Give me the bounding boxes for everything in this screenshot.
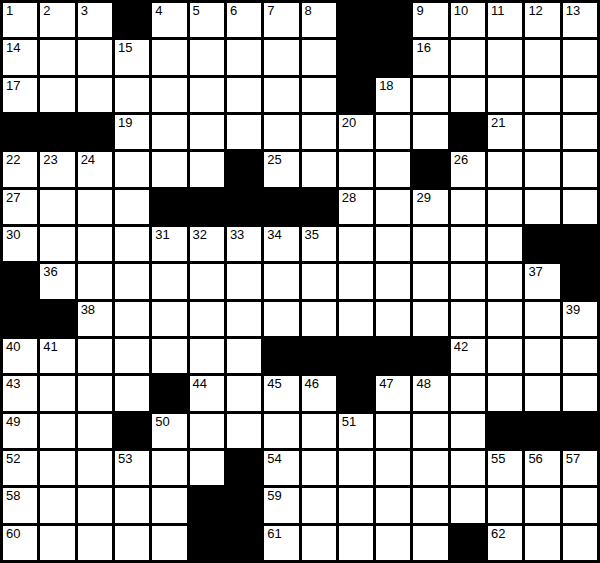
cell-r2c9[interactable] [302, 40, 336, 74]
cell-r9c7[interactable] [227, 302, 261, 336]
cell-r4c4[interactable]: 19 [115, 115, 149, 149]
cell-r1c6[interactable]: 5 [190, 3, 224, 37]
cell-r11c9[interactable]: 46 [302, 376, 336, 410]
cell-r2c2[interactable] [40, 40, 74, 74]
cell-r10c6[interactable] [190, 339, 224, 373]
cell-r8c5[interactable] [152, 264, 186, 298]
cell-r5c8[interactable]: 25 [264, 152, 298, 186]
cell-r6c1[interactable]: 27 [3, 190, 37, 224]
block-r8c1 [3, 264, 37, 298]
cell-r9c14[interactable] [488, 302, 522, 336]
cell-r10c15[interactable] [525, 339, 559, 373]
block-r2c11 [376, 40, 410, 74]
block-r3c10 [339, 78, 373, 112]
cell-r14c4[interactable] [115, 488, 149, 522]
cell-r10c7[interactable] [227, 339, 261, 373]
cell-r8c4[interactable] [115, 264, 149, 298]
cell-r3c2[interactable] [40, 78, 74, 112]
clue-number: 11 [491, 4, 505, 18]
cell-r12c3[interactable] [78, 414, 112, 448]
block-r1c4 [115, 3, 149, 37]
clue-number: 55 [491, 452, 505, 466]
cell-r13c15[interactable]: 56 [525, 451, 559, 485]
cell-r5c9[interactable] [302, 152, 336, 186]
clue-number: 21 [491, 116, 505, 130]
cell-r5c11[interactable] [376, 152, 410, 186]
cell-r4c14[interactable]: 21 [488, 115, 522, 149]
clue-number: 19 [118, 116, 132, 130]
block-r10c10 [339, 339, 373, 373]
cell-r7c6[interactable]: 32 [190, 227, 224, 261]
cell-r11c11[interactable]: 47 [376, 376, 410, 410]
cell-r6c16[interactable] [563, 190, 597, 224]
cell-r4c6[interactable] [190, 115, 224, 149]
cell-r3c15[interactable] [525, 78, 559, 112]
clue-number: 40 [6, 340, 20, 354]
block-r9c1 [3, 302, 37, 336]
clue-number: 13 [566, 4, 580, 18]
cell-r12c2[interactable] [40, 414, 74, 448]
clue-number: 45 [267, 377, 281, 391]
cell-r5c3[interactable]: 24 [78, 152, 112, 186]
cell-r10c3[interactable] [78, 339, 112, 373]
clue-number: 20 [342, 116, 356, 130]
cell-r7c12[interactable] [413, 227, 447, 261]
clue-number: 48 [416, 377, 430, 391]
cell-r15c14[interactable]: 62 [488, 526, 522, 560]
cell-r4c16[interactable] [563, 115, 597, 149]
cell-r13c8[interactable]: 54 [264, 451, 298, 485]
clue-number: 23 [43, 153, 57, 167]
cell-r13c14[interactable]: 55 [488, 451, 522, 485]
cell-r12c9[interactable] [302, 414, 336, 448]
cell-r2c15[interactable] [525, 40, 559, 74]
block-r10c8 [264, 339, 298, 373]
clue-number: 42 [454, 340, 468, 354]
cell-r12c11[interactable] [376, 414, 410, 448]
cell-r13c13[interactable] [451, 451, 485, 485]
cell-r5c16[interactable] [563, 152, 597, 186]
clue-number: 29 [416, 191, 430, 205]
cell-r9c15[interactable] [525, 302, 559, 336]
cell-r11c1[interactable]: 43 [3, 376, 37, 410]
clue-number: 18 [379, 79, 393, 93]
cell-r3c16[interactable] [563, 78, 597, 112]
cell-r14c16[interactable] [563, 488, 597, 522]
cell-r1c5[interactable]: 4 [152, 3, 186, 37]
cell-r6c3[interactable] [78, 190, 112, 224]
block-r15c7 [227, 526, 261, 560]
cell-r8c15[interactable]: 37 [525, 264, 559, 298]
clue-number: 33 [230, 228, 244, 242]
cell-r15c4[interactable] [115, 526, 149, 560]
cell-r9c16[interactable]: 39 [563, 302, 597, 336]
clue-number: 56 [528, 452, 542, 466]
cell-r7c9[interactable]: 35 [302, 227, 336, 261]
cell-r9c5[interactable] [152, 302, 186, 336]
cell-r2c13[interactable] [451, 40, 485, 74]
cell-r11c6[interactable]: 44 [190, 376, 224, 410]
cell-r11c15[interactable] [525, 376, 559, 410]
cell-r13c4[interactable]: 53 [115, 451, 149, 485]
cell-r5c4[interactable] [115, 152, 149, 186]
cell-r8c13[interactable] [451, 264, 485, 298]
cell-r13c10[interactable] [339, 451, 373, 485]
cell-r15c15[interactable] [525, 526, 559, 560]
clue-number: 59 [267, 489, 281, 503]
cell-r2c16[interactable] [563, 40, 597, 74]
cell-r15c11[interactable] [376, 526, 410, 560]
cell-r9c12[interactable] [413, 302, 447, 336]
clue-number: 49 [6, 415, 20, 429]
cell-r11c14[interactable] [488, 376, 522, 410]
cell-r8c10[interactable] [339, 264, 373, 298]
clue-number: 28 [342, 191, 356, 205]
block-r1c11 [376, 3, 410, 37]
cell-r15c5[interactable] [152, 526, 186, 560]
cell-r4c10[interactable]: 20 [339, 115, 373, 149]
cell-r11c4[interactable] [115, 376, 149, 410]
cell-r7c4[interactable] [115, 227, 149, 261]
clue-number: 7 [267, 4, 274, 18]
cell-r4c7[interactable] [227, 115, 261, 149]
cell-r2c6[interactable] [190, 40, 224, 74]
block-r11c5 [152, 376, 186, 410]
cell-r6c4[interactable] [115, 190, 149, 224]
block-r12c4 [115, 414, 149, 448]
cell-r14c3[interactable] [78, 488, 112, 522]
cell-r14c8[interactable]: 59 [264, 488, 298, 522]
cell-r14c5[interactable] [152, 488, 186, 522]
block-r13c7 [227, 451, 261, 485]
block-r1c10 [339, 3, 373, 37]
clue-number: 4 [155, 4, 162, 18]
cell-r8c6[interactable] [190, 264, 224, 298]
cell-r7c11[interactable] [376, 227, 410, 261]
cell-r12c8[interactable] [264, 414, 298, 448]
cell-r11c8[interactable]: 45 [264, 376, 298, 410]
cell-r5c2[interactable]: 23 [40, 152, 74, 186]
clue-number: 58 [6, 489, 20, 503]
cell-r3c13[interactable] [451, 78, 485, 112]
cell-r5c6[interactable] [190, 152, 224, 186]
clue-number: 14 [6, 41, 20, 55]
cell-r3c7[interactable] [227, 78, 261, 112]
cell-r11c2[interactable] [40, 376, 74, 410]
clue-number: 61 [267, 527, 281, 541]
cell-r13c12[interactable] [413, 451, 447, 485]
clue-number: 17 [6, 79, 20, 93]
block-r14c6 [190, 488, 224, 522]
clue-number: 31 [155, 228, 169, 242]
clue-number: 39 [566, 303, 580, 317]
clue-number: 8 [305, 4, 312, 18]
block-r11c10 [339, 376, 373, 410]
cell-r7c8[interactable]: 34 [264, 227, 298, 261]
cell-r5c13[interactable]: 26 [451, 152, 485, 186]
clue-number: 22 [6, 153, 20, 167]
clue-number: 41 [43, 340, 57, 354]
block-r10c12 [413, 339, 447, 373]
clue-number: 5 [193, 4, 200, 18]
clue-number: 6 [230, 4, 237, 18]
clue-number: 43 [6, 377, 20, 391]
cell-r13c9[interactable] [302, 451, 336, 485]
block-r10c11 [376, 339, 410, 373]
cell-r11c13[interactable] [451, 376, 485, 410]
block-r6c9 [302, 190, 336, 224]
cell-r1c3[interactable]: 3 [78, 3, 112, 37]
block-r12c14 [488, 414, 522, 448]
cell-r2c3[interactable] [78, 40, 112, 74]
cell-r6c12[interactable]: 29 [413, 190, 447, 224]
clue-number: 35 [305, 228, 319, 242]
cell-r7c10[interactable] [339, 227, 373, 261]
clue-number: 34 [267, 228, 281, 242]
cell-r6c2[interactable] [40, 190, 74, 224]
cell-r1c7[interactable]: 6 [227, 3, 261, 37]
cell-r3c9[interactable] [302, 78, 336, 112]
block-r14c7 [227, 488, 261, 522]
clue-number: 26 [454, 153, 468, 167]
cell-r3c5[interactable] [152, 78, 186, 112]
cell-r13c2[interactable] [40, 451, 74, 485]
clue-number: 60 [6, 527, 20, 541]
cell-r12c1[interactable]: 49 [3, 414, 37, 448]
cell-r3c8[interactable] [264, 78, 298, 112]
clue-number: 36 [43, 265, 57, 279]
cell-r12c13[interactable] [451, 414, 485, 448]
clue-number: 15 [118, 41, 132, 55]
cell-r15c10[interactable] [339, 526, 373, 560]
clue-number: 25 [267, 153, 281, 167]
cell-r10c5[interactable] [152, 339, 186, 373]
cell-r7c1[interactable]: 30 [3, 227, 37, 261]
cell-r7c2[interactable] [40, 227, 74, 261]
cell-r2c1[interactable]: 14 [3, 40, 37, 74]
cell-r1c8[interactable]: 7 [264, 3, 298, 37]
cell-r11c3[interactable] [78, 376, 112, 410]
cell-r14c9[interactable] [302, 488, 336, 522]
cell-r5c14[interactable] [488, 152, 522, 186]
cell-r6c11[interactable] [376, 190, 410, 224]
block-r15c13 [451, 526, 485, 560]
block-r4c1 [3, 115, 37, 149]
cell-r15c2[interactable] [40, 526, 74, 560]
cell-r15c3[interactable] [78, 526, 112, 560]
clue-number: 54 [267, 452, 281, 466]
cell-r7c14[interactable] [488, 227, 522, 261]
clue-number: 9 [416, 4, 423, 18]
cell-r3c11[interactable]: 18 [376, 78, 410, 112]
cell-r14c2[interactable] [40, 488, 74, 522]
cell-r13c1[interactable]: 52 [3, 451, 37, 485]
cell-r13c3[interactable] [78, 451, 112, 485]
cell-r4c15[interactable] [525, 115, 559, 149]
cell-r8c9[interactable] [302, 264, 336, 298]
cell-r14c12[interactable] [413, 488, 447, 522]
clue-number: 10 [454, 4, 468, 18]
cell-r12c12[interactable] [413, 414, 447, 448]
cell-r10c2[interactable]: 41 [40, 339, 74, 373]
cell-r3c6[interactable] [190, 78, 224, 112]
clue-number: 53 [118, 452, 132, 466]
cell-r12c5[interactable]: 50 [152, 414, 186, 448]
cell-r7c5[interactable]: 31 [152, 227, 186, 261]
block-r2c10 [339, 40, 373, 74]
clue-number: 16 [416, 41, 430, 55]
cell-r3c4[interactable] [115, 78, 149, 112]
cell-r13c5[interactable] [152, 451, 186, 485]
cell-r4c8[interactable] [264, 115, 298, 149]
clue-number: 62 [491, 527, 505, 541]
cell-r9c11[interactable] [376, 302, 410, 336]
cell-r8c8[interactable] [264, 264, 298, 298]
block-r4c13 [451, 115, 485, 149]
cell-r5c1[interactable]: 22 [3, 152, 37, 186]
cell-r15c8[interactable]: 61 [264, 526, 298, 560]
cell-r9c8[interactable] [264, 302, 298, 336]
cell-r3c1[interactable]: 17 [3, 78, 37, 112]
clue-number: 30 [6, 228, 20, 242]
clue-number: 52 [6, 452, 20, 466]
cell-r10c4[interactable] [115, 339, 149, 373]
crossword-grid: 1234567891011121314151617181920212223242… [0, 0, 600, 563]
clue-number: 24 [81, 153, 95, 167]
cell-r1c1[interactable]: 1 [3, 3, 37, 37]
cell-r8c7[interactable] [227, 264, 261, 298]
clue-number: 37 [528, 265, 542, 279]
cell-r8c3[interactable] [78, 264, 112, 298]
cell-r8c2[interactable]: 36 [40, 264, 74, 298]
block-r12c15 [525, 414, 559, 448]
cell-r14c11[interactable] [376, 488, 410, 522]
cell-r2c8[interactable] [264, 40, 298, 74]
cell-r10c13[interactable]: 42 [451, 339, 485, 373]
block-r15c6 [190, 526, 224, 560]
cell-r8c11[interactable] [376, 264, 410, 298]
cell-r12c6[interactable] [190, 414, 224, 448]
block-r12c16 [563, 414, 597, 448]
cell-r10c14[interactable] [488, 339, 522, 373]
cell-r13c11[interactable] [376, 451, 410, 485]
cell-r2c5[interactable] [152, 40, 186, 74]
block-r5c12 [413, 152, 447, 186]
clue-number: 46 [305, 377, 319, 391]
cell-r9c6[interactable] [190, 302, 224, 336]
block-r7c15 [525, 227, 559, 261]
clue-number: 3 [81, 4, 88, 18]
cell-r1c13[interactable]: 10 [451, 3, 485, 37]
cell-r14c13[interactable] [451, 488, 485, 522]
cell-r6c15[interactable] [525, 190, 559, 224]
cell-r4c11[interactable] [376, 115, 410, 149]
cell-r7c7[interactable]: 33 [227, 227, 261, 261]
clue-number: 57 [566, 452, 580, 466]
cell-r1c2[interactable]: 2 [40, 3, 74, 37]
cell-r13c6[interactable] [190, 451, 224, 485]
clue-number: 27 [6, 191, 20, 205]
block-r6c7 [227, 190, 261, 224]
clue-number: 44 [193, 377, 207, 391]
block-r8c16 [563, 264, 597, 298]
cell-r4c5[interactable] [152, 115, 186, 149]
cell-r6c14[interactable] [488, 190, 522, 224]
cell-r14c1[interactable]: 58 [3, 488, 37, 522]
cell-r14c10[interactable] [339, 488, 373, 522]
cell-r11c7[interactable] [227, 376, 261, 410]
cell-r13c16[interactable]: 57 [563, 451, 597, 485]
cell-r4c12[interactable] [413, 115, 447, 149]
clue-number: 32 [193, 228, 207, 242]
cell-r5c10[interactable] [339, 152, 373, 186]
cell-r1c15[interactable]: 12 [525, 3, 559, 37]
cell-r1c9[interactable]: 8 [302, 3, 336, 37]
cell-r1c14[interactable]: 11 [488, 3, 522, 37]
cell-r9c4[interactable] [115, 302, 149, 336]
clue-number: 50 [155, 415, 169, 429]
cell-r9c9[interactable] [302, 302, 336, 336]
cell-r12c7[interactable] [227, 414, 261, 448]
cell-r9c3[interactable]: 38 [78, 302, 112, 336]
cell-r2c12[interactable]: 16 [413, 40, 447, 74]
cell-r15c16[interactable] [563, 526, 597, 560]
clue-number: 2 [43, 4, 50, 18]
cell-r7c13[interactable] [451, 227, 485, 261]
cell-r1c12[interactable]: 9 [413, 3, 447, 37]
cell-r3c12[interactable] [413, 78, 447, 112]
clue-number: 12 [528, 4, 542, 18]
cell-r9c10[interactable] [339, 302, 373, 336]
cell-r12c10[interactable]: 51 [339, 414, 373, 448]
block-r5c7 [227, 152, 261, 186]
cell-r15c12[interactable] [413, 526, 447, 560]
cell-r3c3[interactable] [78, 78, 112, 112]
clue-number: 1 [6, 4, 13, 18]
cell-r15c1[interactable]: 60 [3, 526, 37, 560]
cell-r3c14[interactable] [488, 78, 522, 112]
cell-r5c5[interactable] [152, 152, 186, 186]
cell-r8c14[interactable] [488, 264, 522, 298]
cell-r5c15[interactable] [525, 152, 559, 186]
cell-r14c15[interactable] [525, 488, 559, 522]
block-r7c16 [563, 227, 597, 261]
cell-r15c9[interactable] [302, 526, 336, 560]
cell-r2c4[interactable]: 15 [115, 40, 149, 74]
cell-r6c10[interactable]: 28 [339, 190, 373, 224]
cell-r14c14[interactable] [488, 488, 522, 522]
block-r4c3 [78, 115, 112, 149]
cell-r11c12[interactable]: 48 [413, 376, 447, 410]
cell-r2c7[interactable] [227, 40, 261, 74]
cell-r7c3[interactable] [78, 227, 112, 261]
cell-r6c13[interactable] [451, 190, 485, 224]
cell-r1c16[interactable]: 13 [563, 3, 597, 37]
cell-r8c12[interactable] [413, 264, 447, 298]
block-r9c2 [40, 302, 74, 336]
clue-number: 38 [81, 303, 95, 317]
cell-r4c9[interactable] [302, 115, 336, 149]
cell-r10c1[interactable]: 40 [3, 339, 37, 373]
cell-r9c13[interactable] [451, 302, 485, 336]
cell-r2c14[interactable] [488, 40, 522, 74]
block-r10c9 [302, 339, 336, 373]
cell-r10c16[interactable] [563, 339, 597, 373]
block-r6c8 [264, 190, 298, 224]
clue-number: 51 [342, 415, 356, 429]
cell-r11c16[interactable] [563, 376, 597, 410]
block-r4c2 [40, 115, 74, 149]
